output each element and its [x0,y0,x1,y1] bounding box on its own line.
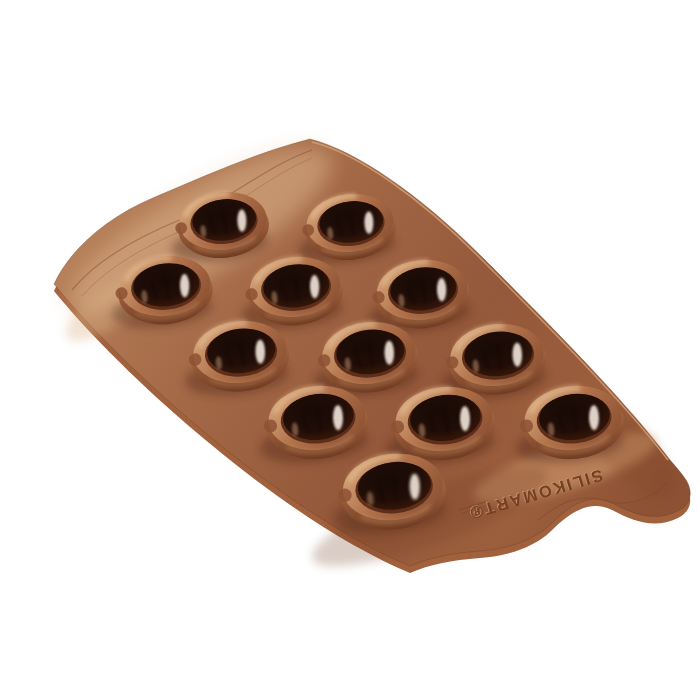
product-photo: SILIKOMART® SILIKOMART® [0,0,700,700]
chocolate-mold-photo: SILIKOMART® SILIKOMART® [0,0,700,700]
